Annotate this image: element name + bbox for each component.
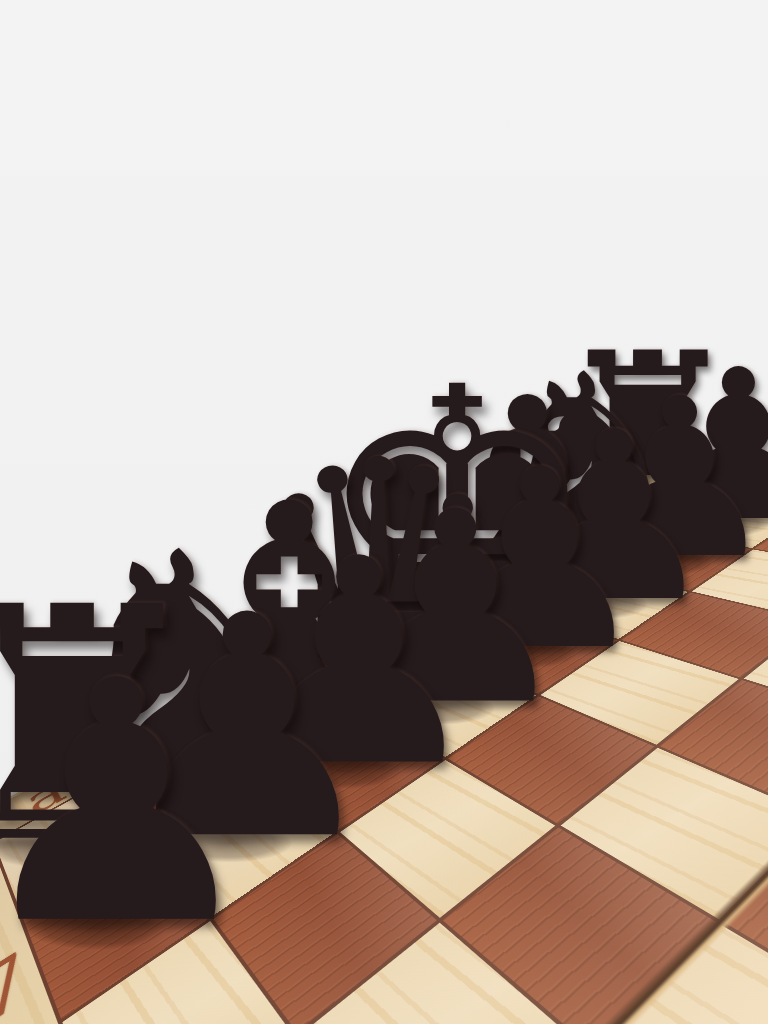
photo-stage: abcdefgh8765487 ♜♞♝♛♚♝♞♜♟♟♟♟♟♟♟♟ [0, 0, 768, 1024]
chess-board: abcdefgh8765487 [0, 470, 768, 1024]
